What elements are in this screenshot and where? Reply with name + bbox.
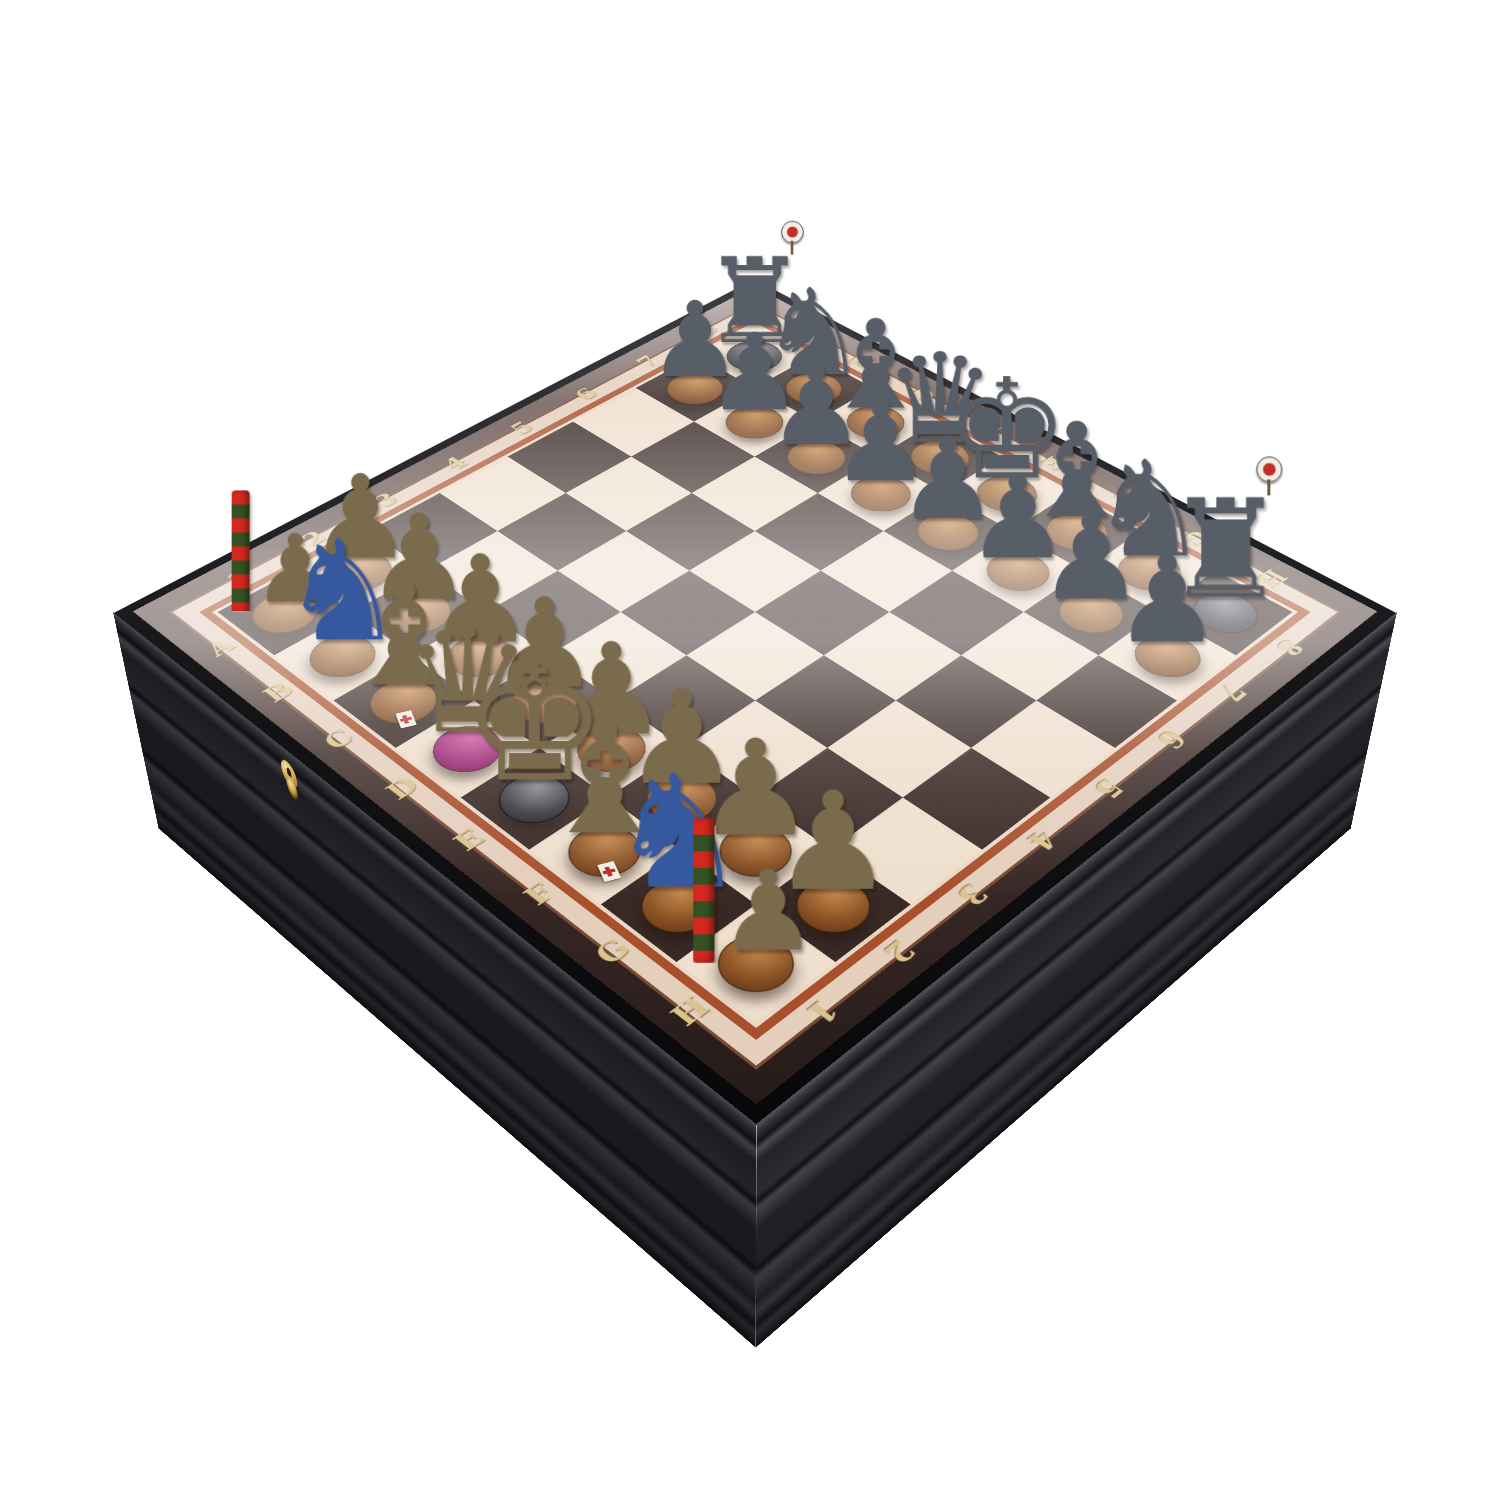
product-photo-scene: AABBCCDDEEFFGGHH1122334455667788 ♜♞♝♛♚♝♞… <box>0 0 1500 1500</box>
traffic-paddle-icon <box>1256 456 1282 482</box>
pawn-glyph: ♟ <box>1113 544 1221 655</box>
border-guard-figure: ♟ <box>718 860 818 962</box>
chess-board: AABBCCDDEEFFGGHH1122334455667788 ♜♞♝♛♚♝♞… <box>133 287 1378 1104</box>
figure-german-pawn: ♟ <box>1091 492 1244 656</box>
brass-latch-icon <box>277 754 305 809</box>
striped-border-post-icon <box>232 490 250 612</box>
figure-soviet-rook: ♟ <box>667 773 844 962</box>
traffic-paddle-icon <box>781 220 804 243</box>
keyhole-icon <box>286 767 292 778</box>
striped-border-post-icon <box>694 818 715 962</box>
